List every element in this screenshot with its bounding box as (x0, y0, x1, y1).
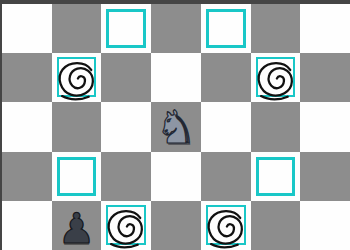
board-square-c4r3[interactable] (201, 152, 251, 201)
board-square-c0r0[interactable] (2, 4, 52, 53)
spiral-icon (50, 52, 102, 104)
board-square-c4r0[interactable] (201, 4, 251, 53)
board-square-c5r0[interactable] (251, 4, 301, 53)
board-square-c1r0[interactable] (52, 4, 102, 53)
board-square-c4r1[interactable] (201, 53, 251, 102)
board-square-c1r3[interactable] (52, 152, 102, 201)
spiral-icon (100, 200, 152, 250)
board-square-c2r2[interactable] (101, 102, 151, 151)
board-square-c2r3[interactable] (101, 152, 151, 201)
board-square-c0r3[interactable] (2, 152, 52, 201)
board-square-c0r2[interactable] (2, 102, 52, 151)
move-target-outline (106, 9, 146, 48)
board-square-c2r0[interactable] (101, 4, 151, 53)
board-square-c6r4[interactable] (300, 201, 350, 250)
board-square-c4r2[interactable] (201, 102, 251, 151)
board-square-c3r4[interactable] (151, 201, 201, 250)
knight-piece[interactable]: ♞ (151, 102, 201, 151)
board-square-c6r3[interactable] (300, 152, 350, 201)
board-square-c3r0[interactable] (151, 4, 201, 53)
board-square-c1r4[interactable]: ♟ (52, 201, 102, 250)
board-square-c2r1[interactable] (101, 53, 151, 102)
spiral-icon (200, 200, 252, 250)
board-square-c4r4[interactable] (201, 201, 251, 250)
board-square-c5r4[interactable] (251, 201, 301, 250)
chess-board: ♞♟ (2, 4, 350, 250)
board-square-c1r1[interactable] (52, 53, 102, 102)
board-square-c0r4[interactable] (2, 201, 52, 250)
board-square-c0r1[interactable] (2, 53, 52, 102)
board-square-c2r4[interactable] (101, 201, 151, 250)
board-square-c5r3[interactable] (251, 152, 301, 201)
board-square-c3r1[interactable] (151, 53, 201, 102)
board-square-c3r2[interactable]: ♞ (151, 102, 201, 151)
board-square-c1r2[interactable] (52, 102, 102, 151)
board-square-c3r3[interactable] (151, 152, 201, 201)
board-square-c5r1[interactable] (251, 53, 301, 102)
move-target-outline (256, 157, 296, 196)
game-window: ♞♟ (0, 0, 350, 250)
spiral-icon (249, 52, 301, 104)
board-square-c6r2[interactable] (300, 102, 350, 151)
move-target-outline (206, 9, 246, 48)
move-target-outline (57, 157, 97, 196)
board-square-c6r1[interactable] (300, 53, 350, 102)
board-square-c5r2[interactable] (251, 102, 301, 151)
board-square-c6r0[interactable] (300, 4, 350, 53)
pawn-piece[interactable]: ♟ (52, 201, 102, 250)
